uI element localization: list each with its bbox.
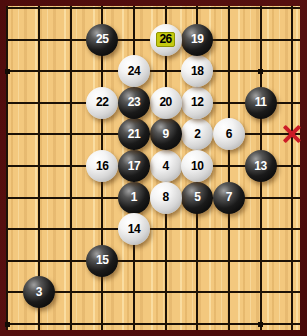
stone-black-23: 23 — [118, 87, 150, 119]
stone-number: 5 — [194, 191, 200, 204]
stone-number: 11 — [255, 96, 267, 109]
hoshi-point — [5, 322, 10, 327]
hoshi-point — [5, 69, 10, 74]
stone-number: 17 — [128, 160, 140, 173]
stone-number: 4 — [162, 160, 168, 173]
stone-number: 15 — [96, 254, 108, 267]
grid-hline — [6, 70, 300, 72]
grid-hline — [6, 7, 300, 9]
grid-vline — [291, 6, 293, 330]
stone-number: 20 — [159, 96, 171, 109]
last-move-number-badge: 26 — [156, 32, 174, 47]
stone-black-7: 7 — [213, 182, 245, 214]
stone-number: 22 — [96, 96, 108, 109]
stone-number: 16 — [96, 160, 108, 173]
grid-hline — [6, 228, 300, 230]
grid-vline — [70, 6, 72, 330]
grid-vline — [228, 6, 230, 330]
hoshi-point — [258, 322, 263, 327]
stone-number: 21 — [128, 128, 140, 141]
stone-number: 2 — [194, 128, 200, 141]
stone-black-25: 25 — [86, 24, 118, 56]
stone-black-11: 11 — [245, 87, 277, 119]
stone-white-6: 6 — [213, 118, 245, 150]
stone-number: 9 — [162, 128, 168, 141]
board-surface[interactable]: 1234567891011121314151617181920212223242… — [6, 6, 300, 330]
stone-number: 14 — [128, 223, 140, 236]
stone-white-8: 8 — [150, 182, 182, 214]
x-mark — [281, 123, 303, 145]
stone-number: 13 — [254, 160, 266, 173]
stone-number: 10 — [191, 160, 203, 173]
stone-white-10: 10 — [181, 150, 213, 182]
stone-black-19: 19 — [181, 24, 213, 56]
stone-number: 23 — [128, 96, 140, 109]
stone-white-20: 20 — [150, 87, 182, 119]
grid-hline — [6, 323, 300, 325]
stone-white-12: 12 — [181, 87, 213, 119]
stone-white-18: 18 — [181, 55, 213, 87]
stone-white-24: 24 — [118, 55, 150, 87]
stone-number: 1 — [131, 191, 137, 204]
stone-black-5: 5 — [181, 182, 213, 214]
stone-white-26: 26 — [150, 24, 182, 56]
stone-white-14: 14 — [118, 213, 150, 245]
stone-black-3: 3 — [23, 276, 55, 308]
stone-black-1: 1 — [118, 182, 150, 214]
hoshi-point — [258, 69, 263, 74]
stone-black-9: 9 — [150, 118, 182, 150]
stone-number: 19 — [191, 33, 203, 46]
stone-number: 3 — [36, 286, 42, 299]
stone-number: 12 — [191, 96, 203, 109]
stone-black-15: 15 — [86, 245, 118, 277]
stone-black-13: 13 — [245, 150, 277, 182]
stone-white-2: 2 — [181, 118, 213, 150]
grid-hline — [6, 260, 300, 262]
stone-black-17: 17 — [118, 150, 150, 182]
stone-white-22: 22 — [86, 87, 118, 119]
stone-number: 7 — [226, 191, 232, 204]
stone-number: 6 — [226, 128, 232, 141]
stone-number: 18 — [191, 65, 203, 78]
stone-number: 24 — [128, 65, 140, 78]
stone-white-4: 4 — [150, 150, 182, 182]
grid-vline — [6, 6, 8, 330]
stone-black-21: 21 — [118, 118, 150, 150]
stone-number: 8 — [162, 191, 168, 204]
stone-white-16: 16 — [86, 150, 118, 182]
stone-number: 25 — [96, 33, 108, 46]
go-board-frame: 1234567891011121314151617181920212223242… — [0, 0, 307, 336]
